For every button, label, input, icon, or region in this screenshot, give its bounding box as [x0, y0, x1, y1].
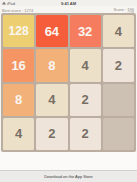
ad-banner-text: Download on the App Store	[44, 174, 93, 179]
tile-r1c3: 32	[70, 15, 101, 47]
app-screen: iPad 9:41 AM Best score : 1274 Score : 1…	[0, 0, 137, 182]
tile-r4c3: 2	[70, 118, 101, 150]
page-background	[0, 152, 137, 171]
tile-r2c4: 2	[103, 49, 134, 81]
tile-r2c2: 8	[36, 49, 67, 81]
tile-r2c3: 4	[70, 49, 101, 81]
clock-label: 9:41 AM	[61, 1, 76, 6]
status-left: iPad	[2, 1, 15, 6]
game-board[interactable]: 128 64 32 4 16 8 4 2 8 4 2 4 2 2	[1, 13, 136, 152]
ad-banner[interactable]: Download on the App Store	[0, 170, 137, 182]
tile-r2c1: 16	[3, 49, 34, 81]
tile-r3c4-empty	[103, 84, 134, 116]
tile-r3c1: 8	[3, 84, 34, 116]
score-header: Best score : 1274 Score : 196 +128	[0, 6, 137, 13]
tile-r3c2: 4	[36, 84, 67, 116]
carrier-label: iPad	[7, 1, 15, 6]
tile-r4c2: 2	[36, 118, 67, 150]
tile-r3c3: 2	[70, 84, 101, 116]
tile-r1c4: 4	[103, 15, 134, 47]
tile-r1c2: 64	[36, 15, 67, 47]
wifi-icon	[2, 2, 6, 5]
tile-r4c4-empty	[103, 118, 134, 150]
tile-r1c1: 128	[3, 15, 34, 47]
tile-r4c1: 4	[3, 118, 34, 150]
